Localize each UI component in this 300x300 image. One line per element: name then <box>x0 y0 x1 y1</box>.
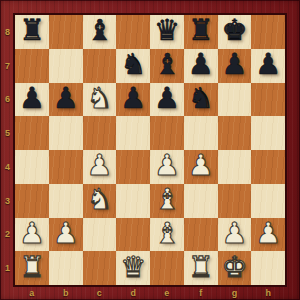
square-c5[interactable] <box>83 116 117 150</box>
square-b8[interactable] <box>49 15 83 49</box>
square-d4[interactable] <box>116 150 150 184</box>
black-bishop-icon[interactable]: ♝ <box>154 50 180 79</box>
white-pawn-icon[interactable]: ♟ <box>19 219 45 248</box>
black-knight-icon[interactable]: ♞ <box>120 50 146 79</box>
square-g1[interactable]: ♚ <box>218 251 252 285</box>
file-label-c: c <box>83 286 117 300</box>
square-a5[interactable] <box>15 116 49 150</box>
square-e7[interactable]: ♝ <box>150 49 184 83</box>
square-h4[interactable] <box>251 150 285 184</box>
square-d5[interactable] <box>116 116 150 150</box>
white-rook-icon[interactable]: ♜ <box>188 253 214 282</box>
rank-label-3: 3 <box>0 184 15 218</box>
white-pawn-icon[interactable]: ♟ <box>53 219 79 248</box>
white-pawn-icon[interactable]: ♟ <box>86 151 112 180</box>
square-g3[interactable] <box>218 184 252 218</box>
black-pawn-icon[interactable]: ♟ <box>221 50 247 79</box>
square-h2[interactable]: ♟ <box>251 218 285 252</box>
square-b3[interactable] <box>49 184 83 218</box>
white-bishop-icon[interactable]: ♝ <box>154 219 180 248</box>
square-f2[interactable] <box>184 218 218 252</box>
file-label-d: d <box>116 286 150 300</box>
rank-label-1: 1 <box>0 251 15 285</box>
file-label-e: e <box>150 286 184 300</box>
square-c6[interactable]: ♞ <box>83 83 117 117</box>
square-g2[interactable]: ♟ <box>218 218 252 252</box>
square-c2[interactable] <box>83 218 117 252</box>
square-c4[interactable]: ♟ <box>83 150 117 184</box>
board-frame: ♜♝♛♜♚♞♝♟♟♟♟♟♞♟♟♞♟♟♟♞♝♟♟♝♟♟♜♛♜♚ 87654321 … <box>0 0 300 300</box>
square-e3[interactable]: ♝ <box>150 184 184 218</box>
square-e4[interactable]: ♟ <box>150 150 184 184</box>
square-h8[interactable] <box>251 15 285 49</box>
white-king-icon[interactable]: ♚ <box>221 253 247 282</box>
white-pawn-icon[interactable]: ♟ <box>154 151 180 180</box>
file-label-g: g <box>218 286 252 300</box>
file-label-f: f <box>184 286 218 300</box>
rank-label-5: 5 <box>0 116 15 150</box>
square-c1[interactable] <box>83 251 117 285</box>
white-pawn-icon[interactable]: ♟ <box>221 219 247 248</box>
square-c3[interactable]: ♞ <box>83 184 117 218</box>
square-b5[interactable] <box>49 116 83 150</box>
square-e1[interactable] <box>150 251 184 285</box>
square-g5[interactable] <box>218 116 252 150</box>
square-g7[interactable]: ♟ <box>218 49 252 83</box>
black-pawn-icon[interactable]: ♟ <box>188 50 214 79</box>
square-f4[interactable]: ♟ <box>184 150 218 184</box>
black-rook-icon[interactable]: ♜ <box>188 16 214 45</box>
black-knight-icon[interactable]: ♞ <box>188 84 214 113</box>
square-a3[interactable] <box>15 184 49 218</box>
square-a7[interactable] <box>15 49 49 83</box>
black-queen-icon[interactable]: ♛ <box>154 16 180 45</box>
square-d1[interactable]: ♛ <box>116 251 150 285</box>
black-pawn-icon[interactable]: ♟ <box>154 84 180 113</box>
file-label-h: h <box>251 286 285 300</box>
black-king-icon[interactable]: ♚ <box>221 16 247 45</box>
square-h3[interactable] <box>251 184 285 218</box>
square-f8[interactable]: ♜ <box>184 15 218 49</box>
black-pawn-icon[interactable]: ♟ <box>53 84 79 113</box>
square-a2[interactable]: ♟ <box>15 218 49 252</box>
white-rook-icon[interactable]: ♜ <box>19 253 45 282</box>
square-e5[interactable] <box>150 116 184 150</box>
square-d2[interactable] <box>116 218 150 252</box>
square-d3[interactable] <box>116 184 150 218</box>
square-f5[interactable] <box>184 116 218 150</box>
white-knight-icon[interactable]: ♞ <box>86 185 112 214</box>
square-b4[interactable] <box>49 150 83 184</box>
square-f7[interactable]: ♟ <box>184 49 218 83</box>
square-c8[interactable]: ♝ <box>83 15 117 49</box>
file-label-b: b <box>49 286 83 300</box>
square-c7[interactable] <box>83 49 117 83</box>
square-e2[interactable]: ♝ <box>150 218 184 252</box>
square-g4[interactable] <box>218 150 252 184</box>
square-a1[interactable]: ♜ <box>15 251 49 285</box>
square-d8[interactable] <box>116 15 150 49</box>
rank-label-8: 8 <box>0 15 15 49</box>
black-pawn-icon[interactable]: ♟ <box>19 84 45 113</box>
square-e6[interactable]: ♟ <box>150 83 184 117</box>
black-pawn-icon[interactable]: ♟ <box>120 84 146 113</box>
square-b2[interactable]: ♟ <box>49 218 83 252</box>
square-h5[interactable] <box>251 116 285 150</box>
square-g8[interactable]: ♚ <box>218 15 252 49</box>
square-h7[interactable]: ♟ <box>251 49 285 83</box>
square-g6[interactable] <box>218 83 252 117</box>
rank-label-2: 2 <box>0 218 15 252</box>
square-f1[interactable]: ♜ <box>184 251 218 285</box>
white-pawn-icon[interactable]: ♟ <box>255 219 281 248</box>
square-b1[interactable] <box>49 251 83 285</box>
white-knight-icon[interactable]: ♞ <box>86 84 112 113</box>
square-f3[interactable] <box>184 184 218 218</box>
rank-label-7: 7 <box>0 49 15 83</box>
file-label-a: a <box>15 286 49 300</box>
square-a4[interactable] <box>15 150 49 184</box>
square-d7[interactable]: ♞ <box>116 49 150 83</box>
square-d6[interactable]: ♟ <box>116 83 150 117</box>
rank-label-6: 6 <box>0 83 15 117</box>
white-bishop-icon[interactable]: ♝ <box>154 185 180 214</box>
square-b7[interactable] <box>49 49 83 83</box>
square-a6[interactable]: ♟ <box>15 83 49 117</box>
black-pawn-icon[interactable]: ♟ <box>255 50 281 79</box>
square-h1[interactable] <box>251 251 285 285</box>
square-a8[interactable]: ♜ <box>15 15 49 49</box>
white-queen-icon[interactable]: ♛ <box>120 253 146 282</box>
square-e8[interactable]: ♛ <box>150 15 184 49</box>
rank-label-4: 4 <box>0 150 15 184</box>
white-pawn-icon[interactable]: ♟ <box>188 151 214 180</box>
square-h6[interactable] <box>251 83 285 117</box>
square-b6[interactable]: ♟ <box>49 83 83 117</box>
black-bishop-icon[interactable]: ♝ <box>86 16 112 45</box>
chess-board: ♜♝♛♜♚♞♝♟♟♟♟♟♞♟♟♞♟♟♟♞♝♟♟♝♟♟♜♛♜♚ <box>15 15 285 285</box>
black-rook-icon[interactable]: ♜ <box>19 16 45 45</box>
square-f6[interactable]: ♞ <box>184 83 218 117</box>
